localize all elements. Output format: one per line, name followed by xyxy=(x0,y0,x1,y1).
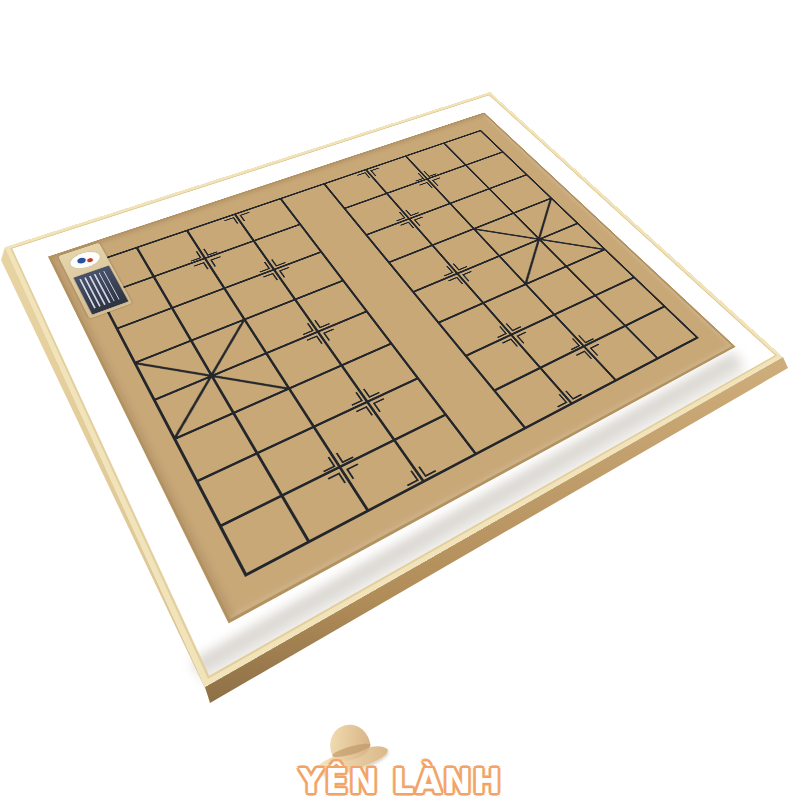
label-text-lines xyxy=(79,271,120,309)
watermark: YÊN LÀNH xyxy=(296,718,506,800)
point-marker-bracket xyxy=(370,168,383,176)
point-marker-bracket xyxy=(373,398,390,412)
watermark-text: YÊN LÀNH xyxy=(296,762,506,800)
xiangqi-board xyxy=(5,92,783,687)
grid-line-horizontal xyxy=(133,279,345,364)
grid-line-vertical xyxy=(442,142,659,360)
board-grid xyxy=(83,130,696,574)
board-surface xyxy=(51,114,732,619)
grid-line-horizontal xyxy=(82,130,482,267)
point-marker-bracket xyxy=(323,329,339,341)
grid-line-horizontal xyxy=(436,248,606,324)
grid-line-vertical xyxy=(364,169,573,405)
grid-line-horizontal xyxy=(492,305,666,392)
point-marker-bracket xyxy=(239,212,253,222)
grid-line-horizontal xyxy=(463,276,635,357)
point-marker-bracket xyxy=(279,267,294,278)
point-marker-bracket xyxy=(210,256,225,267)
photo-canvas: YÊN LÀNH xyxy=(0,0,800,800)
point-marker-bracket xyxy=(346,463,364,479)
